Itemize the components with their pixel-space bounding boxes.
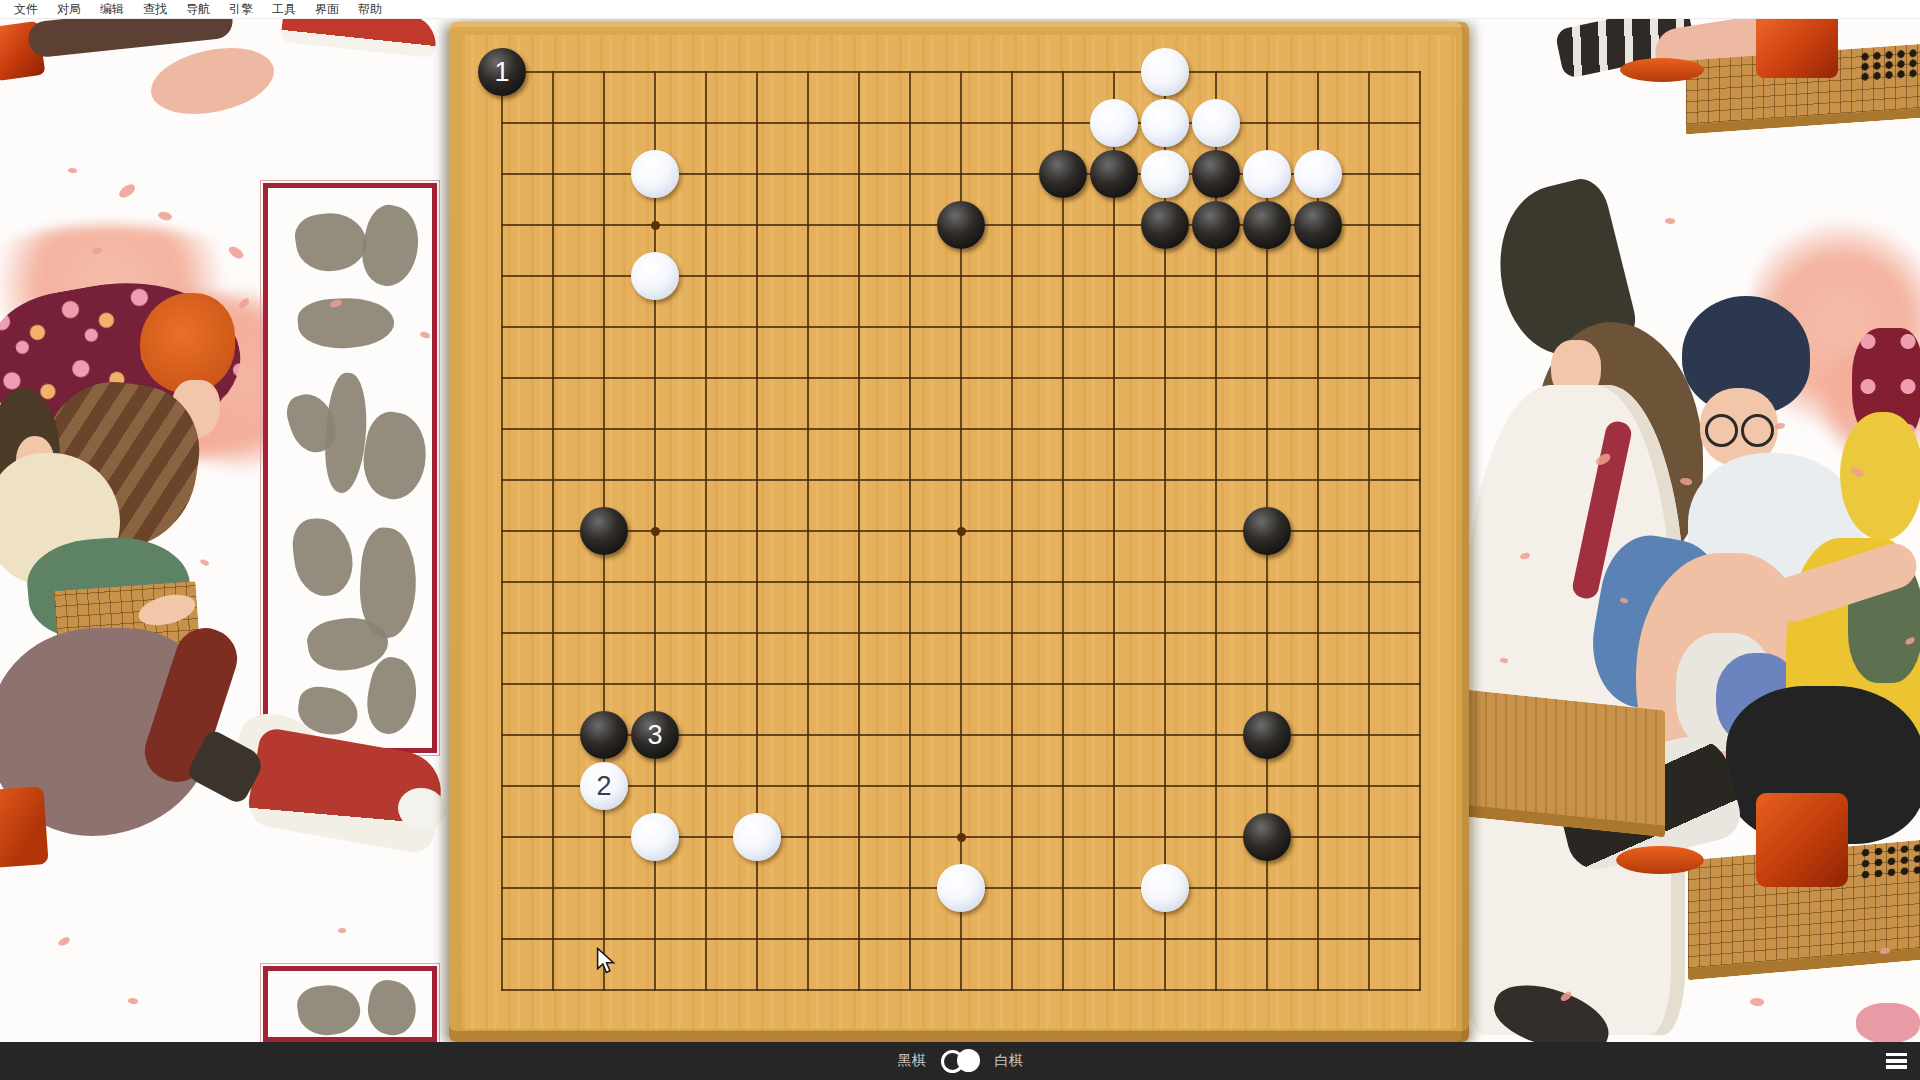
- menu-item-engine[interactable]: 引擎: [229, 0, 253, 19]
- grid-line: [501, 989, 1421, 991]
- menu-item-tools[interactable]: 工具: [272, 0, 296, 19]
- go-stones-illustration: [1859, 48, 1919, 82]
- bench-illustration: [1469, 689, 1665, 837]
- stone-white: [1243, 150, 1291, 198]
- stone-white: [1090, 99, 1138, 147]
- sakura-petal: [1749, 997, 1764, 1007]
- bowl-lid-illustration: [1620, 58, 1704, 82]
- grid-line: [1419, 71, 1421, 991]
- calligraphy-stroke: [296, 295, 395, 352]
- glasses-icon: [1741, 414, 1774, 447]
- character-hair: [140, 293, 235, 393]
- stone-black: [1141, 201, 1189, 249]
- stone-white: [631, 813, 679, 861]
- star-point: [957, 833, 966, 842]
- grid-line: [1368, 71, 1370, 991]
- sakura-petal: [127, 997, 138, 1005]
- calligraphy-stroke: [295, 981, 363, 1039]
- grid-line: [1113, 71, 1115, 991]
- hamburger-menu-icon[interactable]: [1886, 1053, 1907, 1069]
- sakura-petal: [157, 210, 173, 222]
- move-number-label: 2: [596, 773, 611, 800]
- go-bowl-illustration: [0, 786, 49, 868]
- menu-item-find[interactable]: 查找: [143, 0, 167, 19]
- grid-line: [1062, 71, 1064, 991]
- grid-line: [1011, 71, 1013, 991]
- stone-black: [580, 711, 628, 759]
- menu-item-view[interactable]: 界面: [315, 0, 339, 19]
- skin-illustration: [145, 38, 280, 125]
- stone-black: [1243, 507, 1291, 555]
- petal-hand-illustration: [1856, 1003, 1920, 1042]
- stone-black: [1192, 150, 1240, 198]
- move-number-label: 3: [647, 722, 662, 749]
- go-bowl-illustration: [1756, 10, 1838, 78]
- go-bowl-illustration: [1756, 793, 1848, 887]
- calligraphy-banner: [263, 183, 437, 753]
- white-stone-icon: [957, 1049, 980, 1072]
- calligraphy-stroke: [357, 408, 433, 503]
- stone-black: [580, 507, 628, 555]
- stone-black: [1243, 201, 1291, 249]
- stone-white: 2: [580, 762, 628, 810]
- stone-white: [1141, 150, 1189, 198]
- star-point: [957, 527, 966, 536]
- stone-black: [1192, 201, 1240, 249]
- stone-black: 3: [631, 711, 679, 759]
- grid-line: [501, 632, 1421, 634]
- stone-white: [631, 252, 679, 300]
- menu-item-navigate[interactable]: 导航: [186, 0, 210, 19]
- sakura-petal: [1665, 217, 1676, 225]
- grid-line: [501, 683, 1421, 685]
- stone-white: [1141, 864, 1189, 912]
- sakura-petal: [199, 558, 209, 567]
- sakura-petal: [57, 936, 71, 947]
- left-artwork: [0, 0, 449, 1042]
- calligraphy-stroke: [290, 515, 356, 599]
- stone-black: [1243, 813, 1291, 861]
- white-side-label: 白棋: [995, 1052, 1023, 1070]
- menu-item-game[interactable]: 对局: [57, 0, 81, 19]
- stone-white: [733, 813, 781, 861]
- stone-black: [1243, 711, 1291, 759]
- menu-bar: 文件对局编辑查找导航引擎工具界面帮助: [0, 0, 1920, 19]
- stone-white: [1141, 99, 1189, 147]
- move-number-label: 1: [494, 59, 509, 86]
- stone-white: [1294, 150, 1342, 198]
- calligraphy-banner: [263, 966, 437, 1042]
- go-board[interactable]: 132: [449, 22, 1469, 1042]
- grid-line: [501, 938, 1421, 940]
- menu-item-edit[interactable]: 编辑: [100, 0, 124, 19]
- sakura-petal: [68, 167, 78, 173]
- star-point: [651, 221, 660, 230]
- sakura-petal: [117, 182, 138, 200]
- glasses-icon: [1705, 414, 1738, 447]
- go-stones-illustration: [1859, 842, 1920, 881]
- stone-white: [1141, 48, 1189, 96]
- board-grid: 132: [502, 72, 1420, 990]
- grid-line: [501, 785, 1421, 787]
- app-background: 132: [0, 0, 1920, 1080]
- calligraphy-stroke: [361, 654, 424, 738]
- sakura-petal: [338, 928, 346, 933]
- stone-white: [937, 864, 985, 912]
- stone-black: [1090, 150, 1138, 198]
- black-side-label: 黑棋: [898, 1052, 926, 1070]
- stone-white: [631, 150, 679, 198]
- color-toggle[interactable]: [941, 1049, 980, 1073]
- mouse-cursor: [596, 947, 616, 975]
- stone-black: [1039, 150, 1087, 198]
- menu-item-help[interactable]: 帮助: [358, 0, 382, 19]
- sakura-petal: [1775, 423, 1785, 429]
- stone-white: [1192, 99, 1240, 147]
- bottom-bar: 黑棋 白棋: [0, 1042, 1920, 1080]
- bowl-lid-illustration: [1616, 846, 1704, 874]
- right-artwork: [1469, 0, 1920, 1042]
- character-hair: [1840, 412, 1920, 540]
- stone-black: 1: [478, 48, 526, 96]
- menu-item-file[interactable]: 文件: [14, 0, 38, 19]
- calligraphy-stroke: [364, 977, 421, 1039]
- stone-black: [1294, 201, 1342, 249]
- stone-black: [937, 201, 985, 249]
- calligraphy-stroke: [354, 201, 427, 292]
- grid-line: [501, 581, 1421, 583]
- calligraphy-stroke: [292, 208, 369, 275]
- star-point: [651, 527, 660, 536]
